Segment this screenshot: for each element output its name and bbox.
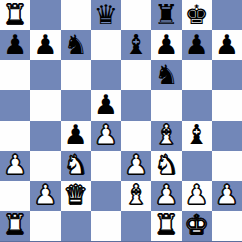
square-e7[interactable]: ♝ [121, 30, 151, 60]
square-a1[interactable]: ♜ [0, 211, 30, 241]
square-a7[interactable]: ♟ [0, 30, 30, 60]
black-bishop: ♝ [185, 121, 209, 148]
square-c4[interactable]: ♟ [61, 121, 91, 151]
white-bishop: ♝ [154, 121, 178, 148]
square-g5[interactable] [182, 90, 212, 120]
white-pawn: ♟ [124, 151, 148, 178]
white-rook: ♜ [3, 1, 27, 28]
square-h3[interactable] [212, 151, 242, 181]
square-h2[interactable]: ♟ [212, 181, 242, 211]
square-c6[interactable] [61, 60, 91, 90]
square-a5[interactable] [0, 90, 30, 120]
square-g3[interactable] [182, 151, 212, 181]
square-f8[interactable]: ♜ [151, 0, 181, 30]
chess-board: ♜♛♜♚♟♟♞♝♟♟♟♞♟♟♟♝♝♟♞♟♞♟♛♝♟♟♟♜♜♚ [0, 0, 242, 242]
square-f4[interactable]: ♝ [151, 121, 181, 151]
square-a8[interactable]: ♜ [0, 0, 30, 30]
square-a6[interactable] [0, 60, 30, 90]
square-e3[interactable]: ♟ [121, 151, 151, 181]
square-h7[interactable]: ♟ [212, 30, 242, 60]
white-knight: ♞ [154, 151, 178, 178]
square-h5[interactable] [212, 90, 242, 120]
black-king: ♚ [185, 1, 209, 28]
square-g8[interactable]: ♚ [182, 0, 212, 30]
white-pawn: ♟ [94, 121, 118, 148]
square-g1[interactable]: ♚ [182, 211, 212, 241]
square-e2[interactable]: ♝ [121, 181, 151, 211]
square-a3[interactable]: ♟ [0, 151, 30, 181]
square-e4[interactable] [121, 121, 151, 151]
square-g2[interactable]: ♟ [182, 181, 212, 211]
white-bishop: ♝ [124, 181, 148, 208]
square-g7[interactable]: ♟ [182, 30, 212, 60]
square-a4[interactable] [0, 121, 30, 151]
square-b5[interactable] [30, 90, 60, 120]
white-pawn: ♟ [154, 181, 178, 208]
square-b2[interactable]: ♟ [30, 181, 60, 211]
square-c3[interactable]: ♞ [61, 151, 91, 181]
white-king: ♚ [185, 211, 209, 238]
square-c2[interactable]: ♛ [61, 181, 91, 211]
square-c1[interactable] [61, 211, 91, 241]
square-c8[interactable] [61, 0, 91, 30]
black-pawn: ♟ [33, 31, 57, 58]
square-f6[interactable]: ♞ [151, 60, 181, 90]
black-bishop: ♝ [124, 31, 148, 58]
square-f7[interactable]: ♟ [151, 30, 181, 60]
white-rook: ♜ [154, 211, 178, 238]
square-h1[interactable] [212, 211, 242, 241]
square-d3[interactable] [91, 151, 121, 181]
square-e1[interactable] [121, 211, 151, 241]
square-g4[interactable]: ♝ [182, 121, 212, 151]
square-d4[interactable]: ♟ [91, 121, 121, 151]
white-pawn: ♟ [185, 181, 209, 208]
black-knight: ♞ [64, 31, 88, 58]
square-d1[interactable] [91, 211, 121, 241]
black-pawn: ♟ [215, 31, 239, 58]
square-b4[interactable] [30, 121, 60, 151]
square-h8[interactable] [212, 0, 242, 30]
white-rook: ♜ [3, 211, 27, 238]
black-queen: ♛ [94, 1, 118, 28]
square-f5[interactable] [151, 90, 181, 120]
square-e6[interactable] [121, 60, 151, 90]
square-f2[interactable]: ♟ [151, 181, 181, 211]
square-d8[interactable]: ♛ [91, 0, 121, 30]
square-e5[interactable] [121, 90, 151, 120]
black-pawn: ♟ [3, 31, 27, 58]
white-knight: ♞ [64, 151, 88, 178]
square-b1[interactable] [30, 211, 60, 241]
square-h6[interactable] [212, 60, 242, 90]
black-knight: ♞ [154, 61, 178, 88]
chess-board-wrapper: ♜♛♜♚♟♟♞♝♟♟♟♞♟♟♟♝♝♟♞♟♞♟♛♝♟♟♟♜♜♚ [0, 0, 242, 242]
black-rook: ♜ [154, 1, 178, 28]
square-d5[interactable]: ♟ [91, 90, 121, 120]
white-queen: ♛ [64, 181, 88, 208]
square-b8[interactable] [30, 0, 60, 30]
square-d6[interactable] [91, 60, 121, 90]
square-d2[interactable] [91, 181, 121, 211]
square-f3[interactable]: ♞ [151, 151, 181, 181]
black-pawn: ♟ [185, 31, 209, 58]
square-h4[interactable] [212, 121, 242, 151]
white-pawn: ♟ [33, 181, 57, 208]
square-d7[interactable] [91, 30, 121, 60]
square-e8[interactable] [121, 0, 151, 30]
square-b3[interactable] [30, 151, 60, 181]
white-pawn: ♟ [215, 181, 239, 208]
square-b6[interactable] [30, 60, 60, 90]
square-c5[interactable] [61, 90, 91, 120]
black-pawn: ♟ [64, 121, 88, 148]
white-pawn: ♟ [3, 151, 27, 178]
black-pawn: ♟ [154, 31, 178, 58]
square-b7[interactable]: ♟ [30, 30, 60, 60]
black-pawn: ♟ [94, 91, 118, 118]
square-a2[interactable] [0, 181, 30, 211]
square-f1[interactable]: ♜ [151, 211, 181, 241]
square-c7[interactable]: ♞ [61, 30, 91, 60]
square-g6[interactable] [182, 60, 212, 90]
